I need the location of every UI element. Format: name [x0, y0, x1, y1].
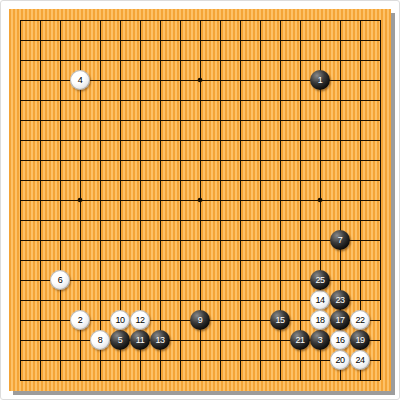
stone-move-number: 2 [78, 316, 83, 325]
stones-layer: 1234567891011121314151617181920212223242… [10, 10, 390, 390]
stone-move-number: 21 [295, 336, 304, 345]
stone-13-black-H3[interactable]: 13 [150, 330, 170, 350]
stone-move-number: 3 [318, 336, 323, 345]
stone-move-number: 16 [335, 336, 344, 345]
stone-16-white-R3[interactable]: 16 [330, 330, 350, 350]
stone-move-number: 8 [98, 336, 103, 345]
stone-19-black-S3[interactable]: 19 [350, 330, 370, 350]
stone-move-number: 10 [115, 316, 124, 325]
stone-14-white-Q5[interactable]: 14 [310, 290, 330, 310]
stone-move-number: 12 [135, 316, 144, 325]
stone-move-number: 5 [118, 336, 123, 345]
stone-5-black-F3[interactable]: 5 [110, 330, 130, 350]
stone-20-white-R2[interactable]: 20 [330, 350, 350, 370]
stone-24-white-S2[interactable]: 24 [350, 350, 370, 370]
stone-21-black-P3[interactable]: 21 [290, 330, 310, 350]
stone-22-white-S4[interactable]: 22 [350, 310, 370, 330]
stone-4-white-D16[interactable]: 4 [70, 70, 90, 90]
stone-move-number: 14 [315, 296, 324, 305]
stone-6-white-C6[interactable]: 6 [50, 270, 70, 290]
stone-move-number: 15 [275, 316, 284, 325]
go-board: 1234567891011121314151617181920212223242… [9, 9, 391, 391]
stone-3-black-Q3[interactable]: 3 [310, 330, 330, 350]
stone-move-number: 22 [355, 316, 364, 325]
stone-11-black-G3[interactable]: 11 [130, 330, 150, 350]
stone-move-number: 24 [355, 356, 364, 365]
stone-2-white-D4[interactable]: 2 [70, 310, 90, 330]
stone-move-number: 17 [335, 316, 344, 325]
stone-10-white-F4[interactable]: 10 [110, 310, 130, 330]
stone-17-black-R4[interactable]: 17 [330, 310, 350, 330]
stone-9-black-K4[interactable]: 9 [190, 310, 210, 330]
go-diagram-frame: 1234567891011121314151617181920212223242… [0, 0, 400, 400]
stone-move-number: 25 [315, 276, 324, 285]
stone-12-white-G4[interactable]: 12 [130, 310, 150, 330]
stone-move-number: 13 [155, 336, 164, 345]
stone-7-black-R8[interactable]: 7 [330, 230, 350, 250]
stone-move-number: 18 [315, 316, 324, 325]
stone-move-number: 11 [136, 336, 144, 345]
stone-1-black-Q16[interactable]: 1 [310, 70, 330, 90]
stone-18-white-Q4[interactable]: 18 [310, 310, 330, 330]
stone-move-number: 19 [355, 336, 364, 345]
stone-move-number: 1 [318, 76, 323, 85]
stone-25-black-Q6[interactable]: 25 [310, 270, 330, 290]
stone-move-number: 4 [78, 76, 83, 85]
stone-move-number: 20 [335, 356, 344, 365]
stone-move-number: 7 [338, 236, 343, 245]
stone-move-number: 9 [198, 316, 203, 325]
stone-move-number: 6 [58, 276, 63, 285]
stone-8-white-E3[interactable]: 8 [90, 330, 110, 350]
stone-15-black-O4[interactable]: 15 [270, 310, 290, 330]
stone-23-black-R5[interactable]: 23 [330, 290, 350, 310]
stone-move-number: 23 [335, 296, 344, 305]
